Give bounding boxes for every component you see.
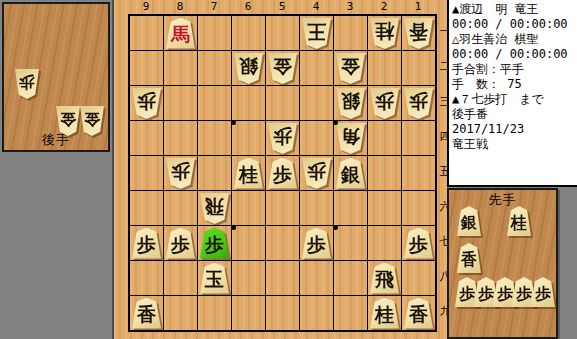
board-piece-gote-王[interactable]: 王 [302,18,331,49]
side-to-move-line: 後手番 [452,107,577,122]
file-label: 5 [265,0,299,13]
board-frame: 馬王桂香銀金金歩銀歩歩歩角歩桂歩歩銀飛歩歩歩歩歩玉飛香桂香 [128,14,437,332]
board-piece-gote-角[interactable]: 角 [336,123,365,154]
board-square-7七[interactable]: 歩 [198,226,231,260]
board-square-2六[interactable] [368,191,401,225]
board-piece-gote-歩[interactable]: 歩 [132,88,161,119]
piece-face: 歩 [132,88,161,119]
board-square-9八[interactable] [130,261,163,295]
board-piece-gote-歩[interactable]: 歩 [268,123,297,154]
piece-face: 王 [302,18,331,49]
board-square-7三[interactable] [198,86,231,120]
board-square-3三[interactable]: 銀 [334,86,367,120]
board-square-4二[interactable] [300,51,333,85]
board-square-2八[interactable]: 飛 [368,261,401,295]
board-square-2四[interactable] [368,121,401,155]
board-square-6三[interactable] [232,86,265,120]
piece-face: 桂 [370,18,399,49]
file-label: 2 [367,0,401,13]
board-square-4八[interactable] [300,261,333,295]
board-piece-gote-歩[interactable]: 歩 [370,88,399,119]
board-square-7四[interactable] [198,121,231,155]
piece-kanji: 歩 [137,92,156,114]
board-piece-gote-歩[interactable]: 歩 [404,88,433,119]
piece-face: 歩 [302,228,331,259]
piece-kanji: 歩 [409,92,428,114]
piece-face: 銀 [336,88,365,119]
piece-kanji: 王 [307,22,326,44]
file-label: 1 [401,0,435,13]
board-square-6四[interactable] [232,121,265,155]
piece-face: 歩 [166,228,195,259]
board-piece-gote-桂[interactable]: 桂 [370,18,399,49]
board-square-6七[interactable] [232,226,265,260]
board-square-3八[interactable] [334,261,367,295]
piece-kanji: 歩 [205,232,224,254]
board-square-5九[interactable] [266,296,299,330]
piece-kanji: 金 [341,57,360,79]
board-square-3九[interactable] [334,296,367,330]
piece-face: 銀 [457,206,481,236]
piece-face: 銀 [234,53,263,84]
piece-kanji: 馬 [171,22,190,44]
piece-kanji: 歩 [137,232,156,254]
board-square-8四[interactable] [164,121,197,155]
piece-face: 桂 [507,206,531,236]
board-square-9六[interactable] [130,191,163,225]
board-piece-sente-銀[interactable]: 銀 [336,158,365,189]
board-square-5七[interactable] [266,226,299,260]
board-piece-sente-香[interactable]: 香 [132,298,161,329]
star-point [231,225,236,230]
game-date: 2017/11/23 [452,122,577,137]
piece-face: 歩 [268,123,297,154]
board-square-2一[interactable]: 桂 [368,16,401,50]
piece-kanji: 香 [137,302,156,324]
piece-kanji: 飛 [375,267,394,289]
board-square-8五[interactable]: 歩 [164,156,197,190]
sente-player-name: ▲渡辺 明 竜王 [452,2,577,17]
piece-face: 金 [56,106,80,136]
piece-kanji: 金 [84,112,100,131]
file-label: 3 [333,0,367,13]
sente-clock: 00:00 / 00:00:00 [452,17,577,32]
board-square-1三[interactable]: 歩 [402,86,435,120]
piece-kanji: 歩 [273,162,292,184]
hand-piece-gote-金[interactable]: 金 [80,106,104,136]
board-square-7九[interactable] [198,296,231,330]
board-square-2二[interactable] [368,51,401,85]
board-piece-gote-歩[interactable]: 歩 [302,158,331,189]
board-piece-gote-歩[interactable]: 歩 [166,158,195,189]
star-point [333,120,338,125]
board-square-7八[interactable]: 玉 [198,261,231,295]
piece-face: 歩 [531,277,555,307]
piece-face: 銀 [336,158,365,189]
board-square-3一[interactable] [334,16,367,50]
piece-kanji: 角 [341,127,360,149]
piece-kanji: 歩 [459,283,475,302]
board-square-8六[interactable] [164,191,197,225]
piece-kanji: 銀 [341,92,360,114]
piece-kanji: 香 [409,22,428,44]
board-square-4四[interactable] [300,121,333,155]
piece-face: 金 [336,53,365,84]
board-square-4一[interactable]: 王 [300,16,333,50]
handicap-line: 手合割：平手 [452,62,577,77]
board-square-8九[interactable] [164,296,197,330]
board-square-4九[interactable] [300,296,333,330]
hand-piece-gote-金[interactable]: 金 [56,106,80,136]
board-square-7六[interactable]: 飛 [198,191,231,225]
board-square-4三[interactable] [300,86,333,120]
board-piece-sente-歩[interactable]: 歩 [132,228,161,259]
piece-face: 金 [268,53,297,84]
move-count-line: 手 数： 75 [452,77,577,92]
file-labels: 9 8 7 6 5 4 3 2 1 [129,0,435,13]
piece-kanji: 銀 [461,212,477,231]
board-piece-gote-銀[interactable]: 銀 [234,53,263,84]
piece-kanji: 歩 [171,232,190,254]
board-square-6一[interactable] [232,16,265,50]
piece-kanji: 歩 [273,127,292,149]
gote-clock: 00:00 / 00:00:00 [452,47,577,62]
piece-kanji: 香 [409,302,428,324]
piece-kanji: 銀 [341,162,360,184]
piece-kanji: 歩 [516,283,532,302]
board-piece-sente-玉[interactable]: 玉 [200,263,229,294]
piece-face: 桂 [370,298,399,329]
piece-face: 歩 [268,158,297,189]
file-label: 8 [163,0,197,13]
piece-kanji: 歩 [497,283,513,302]
board-square-9五[interactable] [130,156,163,190]
board-square-5五[interactable]: 歩 [266,156,299,190]
board-square-9三[interactable]: 歩 [130,86,163,120]
gote-hand-panel: 後手 歩金金 [2,2,110,152]
piece-face: 玉 [200,263,229,294]
piece-face: 馬 [166,18,195,49]
piece-kanji: 玉 [205,267,224,289]
kifu-viewer-window: 後手 歩金金 9 8 7 6 5 4 3 2 1 一 二 三 四 五 六 七 八… [0,0,577,339]
piece-face: 飛 [200,193,229,224]
board-square-5六[interactable] [266,191,299,225]
board-square-9九[interactable]: 香 [130,296,163,330]
piece-face: 歩 [15,69,39,99]
hand-piece-sente-桂[interactable]: 桂 [507,206,531,236]
file-label: 7 [197,0,231,13]
board-square-1八[interactable] [402,261,435,295]
board-square-9四[interactable] [130,121,163,155]
board-piece-gote-金[interactable]: 金 [268,53,297,84]
piece-kanji: 歩 [307,162,326,184]
board-square-6六[interactable] [232,191,265,225]
piece-kanji: 金 [60,112,76,131]
hand-piece-gote-歩[interactable]: 歩 [15,69,39,99]
piece-kanji: 歩 [171,162,190,184]
board-square-5四[interactable]: 歩 [266,121,299,155]
piece-kanji: 歩 [478,283,494,302]
board-square-6八[interactable] [232,261,265,295]
board-square-1九[interactable]: 香 [402,296,435,330]
board-piece-gote-銀[interactable]: 銀 [336,88,365,119]
board-square-5八[interactable] [266,261,299,295]
board-square-1一[interactable]: 香 [402,16,435,50]
piece-kanji: 香 [461,249,477,268]
piece-face: 歩 [370,88,399,119]
board-square-9七[interactable]: 歩 [130,226,163,260]
board-square-3六[interactable] [334,191,367,225]
board-square-3五[interactable]: 銀 [334,156,367,190]
board-square-1六[interactable] [402,191,435,225]
board-square-8八[interactable] [164,261,197,295]
board-square-4七[interactable]: 歩 [300,226,333,260]
file-label: 4 [299,0,333,13]
piece-face: 歩 [200,228,229,259]
board-piece-sente-飛[interactable]: 飛 [370,263,399,294]
board-piece-sente-歩[interactable]: 歩 [166,228,195,259]
board-piece-gote-香[interactable]: 香 [404,18,433,49]
piece-face: 金 [80,106,104,136]
board-square-2五[interactable] [368,156,401,190]
board-square-4六[interactable] [300,191,333,225]
piece-kanji: 歩 [535,283,551,302]
piece-face: 香 [457,243,481,273]
board-square-5二[interactable]: 金 [266,51,299,85]
piece-kanji: 桂 [239,162,258,184]
file-label: 6 [231,0,265,13]
board-area: 9 8 7 6 5 4 3 2 1 一 二 三 四 五 六 七 八 九 馬王桂香… [112,0,447,339]
board-square-3二[interactable]: 金 [334,51,367,85]
piece-face: 香 [404,18,433,49]
board-square-3七[interactable] [334,226,367,260]
board-piece-sente-桂[interactable]: 桂 [370,298,399,329]
piece-kanji: 銀 [239,57,258,79]
piece-kanji: 桂 [375,302,394,324]
last-move-line: ▲７七歩打 まで [452,92,577,107]
piece-kanji: 歩 [409,232,428,254]
board-piece-sente-馬[interactable]: 馬 [166,18,195,49]
star-point [333,225,338,230]
board-piece-sente-歩[interactable]: 歩 [268,158,297,189]
board-square-1四[interactable] [402,121,435,155]
board-square-3四[interactable]: 角 [334,121,367,155]
board-piece-sente-歩[interactable]: 歩 [200,228,229,259]
piece-face: 歩 [302,158,331,189]
piece-face: 歩 [404,88,433,119]
board-grid: 馬王桂香銀金金歩銀歩歩歩角歩桂歩歩銀飛歩歩歩歩歩玉飛香桂香 [130,16,435,330]
piece-face: 歩 [166,158,195,189]
board-square-8三[interactable] [164,86,197,120]
board-piece-gote-金[interactable]: 金 [336,53,365,84]
game-info-panel: ▲渡辺 明 竜王 00:00 / 00:00:00 △羽生善治 棋聖 00:00… [447,0,577,187]
piece-kanji: 金 [273,57,292,79]
piece-face: 香 [404,298,433,329]
board-square-7五[interactable] [198,156,231,190]
piece-kanji: 歩 [19,75,35,94]
board-piece-sente-桂[interactable]: 桂 [234,158,263,189]
board-square-6二[interactable]: 銀 [232,51,265,85]
board-square-1七[interactable]: 歩 [402,226,435,260]
piece-face: 角 [336,123,365,154]
board-square-8二[interactable] [164,51,197,85]
piece-face: 歩 [132,228,161,259]
board-piece-gote-飛[interactable]: 飛 [200,193,229,224]
board-piece-sente-香[interactable]: 香 [404,298,433,329]
piece-kanji: 歩 [307,232,326,254]
hand-piece-sente-銀[interactable]: 銀 [457,206,481,236]
file-label: 9 [129,0,163,13]
board-square-6九[interactable] [232,296,265,330]
star-point [231,120,236,125]
hand-piece-sente-香[interactable]: 香 [457,243,481,273]
tournament-name: 竜王戦 [452,137,577,152]
gote-player-name: △羽生善治 棋聖 [452,32,577,47]
board-square-2九[interactable]: 桂 [368,296,401,330]
board-piece-sente-歩[interactable]: 歩 [302,228,331,259]
board-square-7一[interactable] [198,16,231,50]
board-piece-sente-歩[interactable]: 歩 [404,228,433,259]
board-square-7二[interactable] [198,51,231,85]
piece-face: 飛 [370,263,399,294]
board-square-8七[interactable]: 歩 [164,226,197,260]
board-square-2三[interactable]: 歩 [368,86,401,120]
board-square-5三[interactable] [266,86,299,120]
piece-face: 桂 [234,158,263,189]
piece-kanji: 桂 [511,212,527,231]
hand-piece-sente-歩[interactable]: 歩 [531,277,555,307]
board-square-1五[interactable] [402,156,435,190]
piece-kanji: 飛 [205,197,224,219]
sente-hand-panel: 先手 銀桂香歩歩歩歩歩 [447,188,558,339]
board-square-1二[interactable] [402,51,435,85]
piece-kanji: 歩 [375,92,394,114]
board-square-2七[interactable] [368,226,401,260]
piece-face: 香 [132,298,161,329]
piece-face: 歩 [404,228,433,259]
piece-kanji: 桂 [375,22,394,44]
board-square-6五[interactable]: 桂 [232,156,265,190]
board-square-8一[interactable]: 馬 [164,16,197,50]
board-square-9二[interactable] [130,51,163,85]
board-square-4五[interactable]: 歩 [300,156,333,190]
board-square-5一[interactable] [266,16,299,50]
board-square-9一[interactable] [130,16,163,50]
